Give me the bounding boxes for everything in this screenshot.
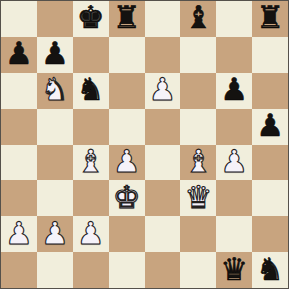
- square-f4[interactable]: ♝: [180, 145, 216, 181]
- square-f2[interactable]: [180, 216, 216, 252]
- square-h8[interactable]: ♜: [252, 1, 288, 37]
- piece-black-pawn: ♟: [256, 110, 284, 141]
- square-b1[interactable]: [37, 252, 73, 288]
- square-a4[interactable]: [1, 145, 37, 181]
- square-h3[interactable]: [252, 180, 288, 216]
- piece-black-knight: ♞: [256, 254, 284, 285]
- square-h1[interactable]: ♞: [252, 252, 288, 288]
- square-f5[interactable]: [180, 109, 216, 145]
- square-f1[interactable]: [180, 252, 216, 288]
- square-g5[interactable]: [216, 109, 252, 145]
- square-b3[interactable]: [37, 180, 73, 216]
- square-e2[interactable]: [145, 216, 181, 252]
- piece-white-bishop: ♝: [184, 146, 212, 177]
- square-h2[interactable]: [252, 216, 288, 252]
- square-f6[interactable]: [180, 73, 216, 109]
- square-c3[interactable]: [73, 180, 109, 216]
- piece-black-pawn: ♟: [220, 74, 248, 105]
- square-b6[interactable]: ♞: [37, 73, 73, 109]
- piece-white-queen: ♛: [184, 182, 212, 213]
- piece-black-pawn: ♟: [41, 38, 69, 69]
- piece-white-pawn: ♟: [5, 218, 33, 249]
- square-c6[interactable]: ♞: [73, 73, 109, 109]
- square-b2[interactable]: ♟: [37, 216, 73, 252]
- square-e8[interactable]: [145, 1, 181, 37]
- square-a8[interactable]: [1, 1, 37, 37]
- piece-white-pawn: ♟: [113, 146, 141, 177]
- piece-black-bishop: ♝: [184, 2, 212, 33]
- square-a6[interactable]: [1, 73, 37, 109]
- square-d4[interactable]: ♟: [109, 145, 145, 181]
- square-h5[interactable]: ♟: [252, 109, 288, 145]
- piece-black-rook: ♜: [256, 2, 284, 33]
- square-e4[interactable]: [145, 145, 181, 181]
- square-f8[interactable]: ♝: [180, 1, 216, 37]
- square-h4[interactable]: [252, 145, 288, 181]
- square-g6[interactable]: ♟: [216, 73, 252, 109]
- square-g4[interactable]: ♟: [216, 145, 252, 181]
- square-b4[interactable]: [37, 145, 73, 181]
- square-g7[interactable]: [216, 37, 252, 73]
- square-a2[interactable]: ♟: [1, 216, 37, 252]
- piece-black-rook: ♜: [113, 2, 141, 33]
- square-f3[interactable]: ♛: [180, 180, 216, 216]
- square-e5[interactable]: [145, 109, 181, 145]
- square-g8[interactable]: [216, 1, 252, 37]
- square-c1[interactable]: [73, 252, 109, 288]
- square-a1[interactable]: [1, 252, 37, 288]
- piece-white-pawn: ♟: [149, 74, 177, 105]
- square-e3[interactable]: [145, 180, 181, 216]
- square-h6[interactable]: [252, 73, 288, 109]
- piece-black-king: ♚: [77, 2, 105, 33]
- piece-white-king: ♚: [113, 182, 141, 213]
- square-d8[interactable]: ♜: [109, 1, 145, 37]
- square-c7[interactable]: [73, 37, 109, 73]
- square-d1[interactable]: [109, 252, 145, 288]
- square-e1[interactable]: [145, 252, 181, 288]
- piece-white-knight: ♞: [41, 74, 69, 105]
- square-h7[interactable]: [252, 37, 288, 73]
- piece-black-knight: ♞: [77, 74, 105, 105]
- square-f7[interactable]: [180, 37, 216, 73]
- square-g3[interactable]: [216, 180, 252, 216]
- square-d3[interactable]: ♚: [109, 180, 145, 216]
- square-a5[interactable]: [1, 109, 37, 145]
- square-c5[interactable]: [73, 109, 109, 145]
- square-g2[interactable]: [216, 216, 252, 252]
- square-a3[interactable]: [1, 180, 37, 216]
- piece-black-queen: ♛: [220, 254, 248, 285]
- square-b7[interactable]: ♟: [37, 37, 73, 73]
- square-d6[interactable]: [109, 73, 145, 109]
- square-g1[interactable]: ♛: [216, 252, 252, 288]
- chess-board: ♚♜♝♜♟♟♞♞♟♟♟♝♟♝♟♚♛♟♟♟♛♞: [0, 0, 289, 289]
- square-c2[interactable]: ♟: [73, 216, 109, 252]
- piece-white-pawn: ♟: [41, 218, 69, 249]
- piece-white-pawn: ♟: [220, 146, 248, 177]
- piece-white-bishop: ♝: [77, 146, 105, 177]
- square-c4[interactable]: ♝: [73, 145, 109, 181]
- piece-black-pawn: ♟: [5, 38, 33, 69]
- square-b8[interactable]: [37, 1, 73, 37]
- square-d7[interactable]: [109, 37, 145, 73]
- square-d2[interactable]: [109, 216, 145, 252]
- square-d5[interactable]: [109, 109, 145, 145]
- square-b5[interactable]: [37, 109, 73, 145]
- square-e6[interactable]: ♟: [145, 73, 181, 109]
- square-a7[interactable]: ♟: [1, 37, 37, 73]
- piece-white-pawn: ♟: [77, 218, 105, 249]
- square-e7[interactable]: [145, 37, 181, 73]
- square-c8[interactable]: ♚: [73, 1, 109, 37]
